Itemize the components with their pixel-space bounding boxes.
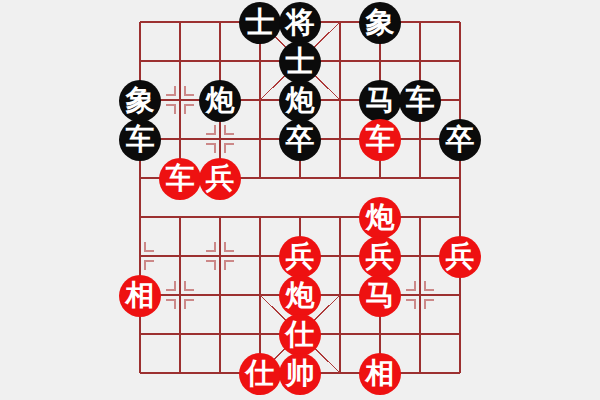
piece-red-soldier[interactable]: 兵	[199, 158, 241, 200]
piece-black-advisor[interactable]: 士	[279, 41, 321, 83]
piece-red-soldier[interactable]: 兵	[359, 236, 401, 278]
piece-red-cannon[interactable]: 炮	[359, 197, 401, 239]
piece-black-chariot[interactable]: 车	[119, 119, 161, 161]
piece-black-soldier[interactable]: 卒	[439, 119, 481, 161]
xiangqi-app-screen: 士将象士象炮炮马车车卒卒车车兵炮兵兵兵相炮马仕仕帅相	[0, 0, 600, 400]
piece-black-soldier[interactable]: 卒	[279, 119, 321, 161]
piece-red-advisor[interactable]: 仕	[279, 314, 321, 356]
piece-red-general[interactable]: 帅	[279, 353, 321, 395]
piece-red-elephant[interactable]: 相	[359, 353, 401, 395]
piece-red-cannon[interactable]: 炮	[279, 275, 321, 317]
piece-red-soldier[interactable]: 兵	[439, 236, 481, 278]
piece-red-elephant[interactable]: 相	[119, 275, 161, 317]
piece-black-elephant[interactable]: 象	[359, 2, 401, 44]
piece-red-soldier[interactable]: 兵	[279, 236, 321, 278]
piece-black-horse[interactable]: 马	[359, 80, 401, 122]
piece-black-advisor[interactable]: 士	[239, 2, 281, 44]
piece-red-chariot[interactable]: 车	[159, 158, 201, 200]
piece-black-cannon[interactable]: 炮	[199, 80, 241, 122]
piece-black-chariot[interactable]: 车	[399, 80, 441, 122]
piece-red-horse[interactable]: 马	[359, 275, 401, 317]
xiangqi-board[interactable]: 士将象士象炮炮马车车卒卒车车兵炮兵兵兵相炮马仕仕帅相	[120, 3, 480, 393]
piece-black-elephant[interactable]: 象	[119, 80, 161, 122]
piece-black-cannon[interactable]: 炮	[279, 80, 321, 122]
piece-red-advisor[interactable]: 仕	[239, 353, 281, 395]
piece-black-general[interactable]: 将	[279, 2, 321, 44]
piece-red-chariot[interactable]: 车	[359, 119, 401, 161]
